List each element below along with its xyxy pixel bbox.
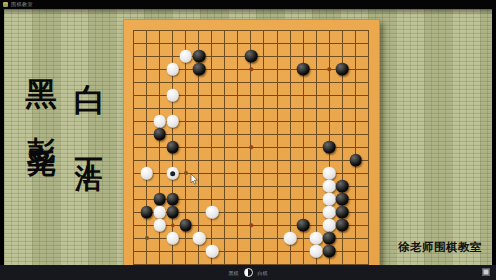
intersection[interactable] <box>336 63 349 76</box>
intersection[interactable] <box>297 24 310 37</box>
intersection[interactable] <box>192 50 205 63</box>
intersection[interactable] <box>362 193 375 206</box>
intersection[interactable] <box>205 154 218 167</box>
intersection[interactable] <box>219 245 232 258</box>
intersection[interactable] <box>166 115 179 128</box>
intersection[interactable] <box>362 37 375 50</box>
intersection[interactable] <box>205 37 218 50</box>
intersection[interactable] <box>166 128 179 141</box>
intersection[interactable] <box>258 180 271 193</box>
intersection[interactable] <box>166 245 179 258</box>
intersection[interactable] <box>336 154 349 167</box>
intersection[interactable] <box>297 128 310 141</box>
intersection[interactable] <box>153 37 166 50</box>
intersection[interactable] <box>258 219 271 232</box>
intersection[interactable] <box>205 245 218 258</box>
intersection[interactable] <box>179 115 192 128</box>
intersection[interactable] <box>219 154 232 167</box>
intersection[interactable] <box>232 76 245 89</box>
intersection[interactable] <box>336 245 349 258</box>
intersection[interactable] <box>258 24 271 37</box>
intersection[interactable] <box>323 63 336 76</box>
intersection[interactable] <box>179 128 192 141</box>
intersection[interactable] <box>310 141 323 154</box>
intersection[interactable] <box>349 37 362 50</box>
intersection[interactable] <box>192 128 205 141</box>
intersection[interactable] <box>232 141 245 154</box>
intersection[interactable] <box>336 76 349 89</box>
intersection[interactable] <box>323 102 336 115</box>
intersection[interactable] <box>219 128 232 141</box>
intersection[interactable] <box>127 141 140 154</box>
intersection[interactable] <box>284 167 297 180</box>
intersection[interactable] <box>323 50 336 63</box>
intersection[interactable] <box>245 180 258 193</box>
intersection[interactable] <box>140 232 153 245</box>
intersection[interactable] <box>323 154 336 167</box>
intersection[interactable] <box>232 37 245 50</box>
intersection[interactable] <box>153 115 166 128</box>
intersection[interactable] <box>219 24 232 37</box>
intersection[interactable] <box>349 245 362 258</box>
intersection[interactable] <box>192 37 205 50</box>
intersection[interactable] <box>153 128 166 141</box>
intersection[interactable] <box>245 206 258 219</box>
intersection[interactable] <box>271 24 284 37</box>
intersection[interactable] <box>140 63 153 76</box>
intersection[interactable] <box>297 167 310 180</box>
intersection[interactable] <box>140 193 153 206</box>
intersection[interactable] <box>219 206 232 219</box>
intersection[interactable] <box>179 76 192 89</box>
intersection[interactable] <box>205 128 218 141</box>
intersection[interactable] <box>245 76 258 89</box>
intersection[interactable] <box>310 206 323 219</box>
intersection[interactable] <box>349 141 362 154</box>
intersection[interactable] <box>140 89 153 102</box>
intersection[interactable] <box>179 141 192 154</box>
intersection[interactable] <box>127 89 140 102</box>
intersection[interactable] <box>258 102 271 115</box>
intersection[interactable] <box>245 89 258 102</box>
intersection[interactable] <box>153 89 166 102</box>
intersection[interactable] <box>205 141 218 154</box>
intersection[interactable] <box>127 128 140 141</box>
intersection[interactable] <box>127 37 140 50</box>
intersection[interactable] <box>140 128 153 141</box>
intersection[interactable] <box>349 180 362 193</box>
intersection[interactable] <box>153 24 166 37</box>
intersection[interactable] <box>127 115 140 128</box>
intersection[interactable] <box>271 180 284 193</box>
intersection[interactable] <box>323 245 336 258</box>
intersection[interactable] <box>284 37 297 50</box>
intersection[interactable] <box>310 167 323 180</box>
intersection[interactable] <box>297 37 310 50</box>
intersection[interactable] <box>271 245 284 258</box>
intersection[interactable] <box>232 245 245 258</box>
intersection[interactable] <box>297 76 310 89</box>
intersection[interactable] <box>219 193 232 206</box>
intersection[interactable] <box>336 115 349 128</box>
intersection[interactable] <box>166 63 179 76</box>
intersection[interactable] <box>166 76 179 89</box>
intersection[interactable] <box>140 102 153 115</box>
intersection[interactable] <box>245 128 258 141</box>
intersection[interactable] <box>232 167 245 180</box>
intersection[interactable] <box>192 24 205 37</box>
intersection[interactable] <box>179 154 192 167</box>
intersection[interactable] <box>297 180 310 193</box>
intersection[interactable] <box>166 219 179 232</box>
intersection[interactable] <box>219 50 232 63</box>
intersection[interactable] <box>284 115 297 128</box>
intersection[interactable] <box>271 37 284 50</box>
intersection[interactable] <box>153 76 166 89</box>
intersection[interactable] <box>310 63 323 76</box>
intersection[interactable] <box>336 128 349 141</box>
intersection[interactable] <box>258 206 271 219</box>
intersection[interactable] <box>284 50 297 63</box>
intersection[interactable] <box>310 115 323 128</box>
intersection[interactable] <box>245 102 258 115</box>
intersection[interactable] <box>140 50 153 63</box>
intersection[interactable] <box>192 193 205 206</box>
intersection[interactable] <box>127 206 140 219</box>
intersection[interactable] <box>310 89 323 102</box>
intersection[interactable] <box>219 102 232 115</box>
intersection[interactable] <box>245 141 258 154</box>
intersection[interactable] <box>205 219 218 232</box>
intersection[interactable] <box>153 50 166 63</box>
intersection[interactable] <box>362 76 375 89</box>
intersection[interactable] <box>297 232 310 245</box>
intersection[interactable] <box>219 219 232 232</box>
intersection[interactable] <box>192 154 205 167</box>
intersection[interactable] <box>323 219 336 232</box>
intersection[interactable] <box>258 128 271 141</box>
intersection[interactable] <box>205 76 218 89</box>
intersection[interactable] <box>323 180 336 193</box>
intersection[interactable] <box>127 180 140 193</box>
intersection[interactable] <box>127 167 140 180</box>
intersection[interactable] <box>310 76 323 89</box>
intersection[interactable] <box>323 89 336 102</box>
intersection[interactable] <box>205 63 218 76</box>
intersection[interactable] <box>232 193 245 206</box>
intersection[interactable] <box>349 63 362 76</box>
intersection[interactable] <box>205 193 218 206</box>
intersection[interactable] <box>362 89 375 102</box>
intersection[interactable] <box>205 206 218 219</box>
intersection[interactable] <box>310 219 323 232</box>
intersection[interactable] <box>258 37 271 50</box>
intersection[interactable] <box>232 128 245 141</box>
intersection[interactable] <box>323 206 336 219</box>
intersection[interactable] <box>232 154 245 167</box>
intersection[interactable] <box>349 193 362 206</box>
intersection[interactable] <box>336 167 349 180</box>
intersection[interactable] <box>349 76 362 89</box>
intersection[interactable] <box>271 128 284 141</box>
intersection[interactable] <box>284 232 297 245</box>
intersection[interactable] <box>166 154 179 167</box>
intersection[interactable] <box>219 232 232 245</box>
intersection[interactable] <box>179 24 192 37</box>
intersection[interactable] <box>271 219 284 232</box>
intersection[interactable] <box>127 63 140 76</box>
intersection[interactable] <box>127 219 140 232</box>
intersection[interactable] <box>153 102 166 115</box>
intersection[interactable] <box>153 63 166 76</box>
intersection[interactable] <box>153 245 166 258</box>
intersection[interactable] <box>153 219 166 232</box>
intersection[interactable] <box>140 76 153 89</box>
intersection[interactable] <box>297 245 310 258</box>
intersection[interactable] <box>271 232 284 245</box>
intersection[interactable] <box>271 89 284 102</box>
intersection[interactable] <box>310 180 323 193</box>
intersection[interactable] <box>179 37 192 50</box>
intersection[interactable] <box>258 154 271 167</box>
intersection[interactable] <box>284 193 297 206</box>
intersection[interactable] <box>284 63 297 76</box>
intersection[interactable] <box>336 206 349 219</box>
intersection[interactable] <box>362 141 375 154</box>
intersection[interactable] <box>245 167 258 180</box>
intersection[interactable] <box>349 24 362 37</box>
intersection[interactable] <box>219 167 232 180</box>
intersection[interactable] <box>245 232 258 245</box>
intersection[interactable] <box>179 219 192 232</box>
intersection[interactable] <box>219 141 232 154</box>
intersection[interactable] <box>245 37 258 50</box>
intersection[interactable] <box>336 219 349 232</box>
intersection[interactable] <box>258 245 271 258</box>
intersection[interactable] <box>362 102 375 115</box>
intersection[interactable] <box>362 167 375 180</box>
intersection[interactable] <box>245 193 258 206</box>
intersection[interactable] <box>219 37 232 50</box>
intersection[interactable] <box>166 232 179 245</box>
intersection[interactable] <box>258 141 271 154</box>
intersection[interactable] <box>127 232 140 245</box>
intersection[interactable] <box>336 24 349 37</box>
intersection[interactable] <box>127 76 140 89</box>
intersection[interactable] <box>232 206 245 219</box>
intersection[interactable] <box>205 50 218 63</box>
intersection[interactable] <box>284 128 297 141</box>
intersection[interactable] <box>310 50 323 63</box>
intersection[interactable] <box>284 154 297 167</box>
intersection[interactable] <box>297 193 310 206</box>
intersection[interactable] <box>310 128 323 141</box>
intersection[interactable] <box>284 245 297 258</box>
intersection[interactable] <box>323 167 336 180</box>
intersection[interactable] <box>166 89 179 102</box>
intersection[interactable] <box>336 141 349 154</box>
intersection[interactable] <box>310 193 323 206</box>
intersection[interactable] <box>284 24 297 37</box>
intersection[interactable] <box>349 50 362 63</box>
intersection[interactable] <box>219 76 232 89</box>
intersection[interactable] <box>349 102 362 115</box>
intersection[interactable] <box>349 128 362 141</box>
intersection[interactable] <box>258 115 271 128</box>
intersection[interactable] <box>258 193 271 206</box>
intersection[interactable] <box>336 232 349 245</box>
intersection[interactable] <box>297 50 310 63</box>
intersection[interactable] <box>323 232 336 245</box>
intersection[interactable] <box>297 141 310 154</box>
intersection[interactable] <box>127 24 140 37</box>
intersection[interactable] <box>192 219 205 232</box>
intersection[interactable] <box>140 154 153 167</box>
intersection[interactable] <box>166 180 179 193</box>
intersection[interactable] <box>205 167 218 180</box>
intersection[interactable] <box>271 102 284 115</box>
intersection[interactable] <box>140 24 153 37</box>
intersection[interactable] <box>205 115 218 128</box>
intersection[interactable] <box>362 154 375 167</box>
intersection[interactable] <box>362 128 375 141</box>
intersection[interactable] <box>245 154 258 167</box>
intersection[interactable] <box>271 206 284 219</box>
intersection[interactable] <box>179 50 192 63</box>
intersection[interactable] <box>192 89 205 102</box>
intersection[interactable] <box>245 24 258 37</box>
intersection[interactable] <box>323 193 336 206</box>
intersection[interactable] <box>232 63 245 76</box>
intersection[interactable] <box>166 193 179 206</box>
intersection[interactable] <box>336 193 349 206</box>
intersection[interactable] <box>232 232 245 245</box>
intersection[interactable] <box>349 115 362 128</box>
intersection[interactable] <box>166 24 179 37</box>
intersection[interactable] <box>232 115 245 128</box>
intersection[interactable] <box>349 89 362 102</box>
intersection[interactable] <box>153 232 166 245</box>
intersection[interactable] <box>153 206 166 219</box>
intersection[interactable] <box>205 102 218 115</box>
intersection[interactable] <box>245 63 258 76</box>
intersection[interactable] <box>258 50 271 63</box>
intersection[interactable] <box>153 193 166 206</box>
intersection[interactable] <box>127 193 140 206</box>
intersection[interactable] <box>349 154 362 167</box>
intersection[interactable] <box>153 154 166 167</box>
intersection[interactable] <box>362 115 375 128</box>
go-board[interactable] <box>123 19 380 274</box>
intersection[interactable] <box>258 232 271 245</box>
corner-icon[interactable] <box>482 268 490 276</box>
intersection[interactable] <box>323 141 336 154</box>
intersection[interactable] <box>140 167 153 180</box>
intersection[interactable] <box>284 180 297 193</box>
intersection[interactable] <box>166 167 179 180</box>
intersection[interactable] <box>349 167 362 180</box>
intersection[interactable] <box>310 37 323 50</box>
intersection[interactable] <box>258 167 271 180</box>
intersection[interactable] <box>245 219 258 232</box>
intersection[interactable] <box>153 167 166 180</box>
intersection[interactable] <box>323 128 336 141</box>
intersection[interactable] <box>258 63 271 76</box>
intersection[interactable] <box>349 232 362 245</box>
intersection[interactable] <box>192 245 205 258</box>
intersection[interactable] <box>205 24 218 37</box>
intersection[interactable] <box>284 76 297 89</box>
intersection[interactable] <box>284 89 297 102</box>
intersection[interactable] <box>297 206 310 219</box>
intersection[interactable] <box>310 245 323 258</box>
intersection[interactable] <box>297 219 310 232</box>
intersection[interactable] <box>140 206 153 219</box>
intersection[interactable] <box>205 232 218 245</box>
intersection[interactable] <box>127 102 140 115</box>
intersection[interactable] <box>271 115 284 128</box>
intersection[interactable] <box>179 193 192 206</box>
intersection[interactable] <box>232 219 245 232</box>
intersection[interactable] <box>192 63 205 76</box>
intersection[interactable] <box>179 89 192 102</box>
intersection[interactable] <box>166 37 179 50</box>
intersection[interactable] <box>336 37 349 50</box>
intersection[interactable] <box>140 141 153 154</box>
intersection[interactable] <box>336 102 349 115</box>
intersection[interactable] <box>349 206 362 219</box>
intersection[interactable] <box>297 154 310 167</box>
intersection[interactable] <box>166 141 179 154</box>
intersection[interactable] <box>362 180 375 193</box>
intersection[interactable] <box>362 24 375 37</box>
intersection[interactable] <box>284 206 297 219</box>
intersection[interactable] <box>297 115 310 128</box>
intersection[interactable] <box>271 76 284 89</box>
intersection[interactable] <box>232 180 245 193</box>
intersection[interactable] <box>232 24 245 37</box>
intersection[interactable] <box>166 206 179 219</box>
intersection[interactable] <box>245 245 258 258</box>
intersection[interactable] <box>310 232 323 245</box>
intersection[interactable] <box>323 24 336 37</box>
intersection[interactable] <box>271 167 284 180</box>
intersection[interactable] <box>258 89 271 102</box>
intersection[interactable] <box>336 180 349 193</box>
intersection[interactable] <box>179 232 192 245</box>
intersection[interactable] <box>284 102 297 115</box>
intersection[interactable] <box>205 180 218 193</box>
intersection[interactable] <box>245 50 258 63</box>
intersection[interactable] <box>127 245 140 258</box>
intersection[interactable] <box>192 141 205 154</box>
intersection[interactable] <box>232 102 245 115</box>
intersection[interactable] <box>297 102 310 115</box>
intersection[interactable] <box>362 245 375 258</box>
intersection[interactable] <box>219 115 232 128</box>
intersection[interactable] <box>336 50 349 63</box>
intersection[interactable] <box>310 24 323 37</box>
intersection[interactable] <box>153 141 166 154</box>
intersection[interactable] <box>179 63 192 76</box>
intersection[interactable] <box>140 180 153 193</box>
intersection[interactable] <box>362 63 375 76</box>
intersection[interactable] <box>166 102 179 115</box>
intersection[interactable] <box>153 180 166 193</box>
intersection[interactable] <box>140 245 153 258</box>
intersection[interactable] <box>140 115 153 128</box>
intersection[interactable] <box>140 37 153 50</box>
